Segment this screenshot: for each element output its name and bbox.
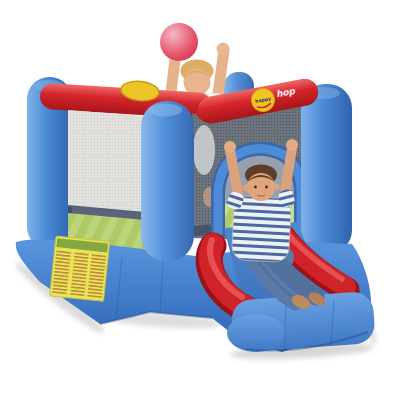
warning-label [50,236,110,301]
boy-left-hand [224,141,236,153]
left-mesh-wall [68,110,145,215]
front-post-highlight [148,104,182,117]
girl-right-arm [218,50,224,94]
boy-right-hand [286,139,298,151]
girl-right-hand [217,43,230,56]
girl-face [184,69,211,96]
boy-eye [265,186,268,189]
front-corner-post [141,101,194,261]
girl-dress-through-mesh [193,125,215,175]
boy-eye [254,186,257,189]
pink-ball [160,23,198,61]
right-corner-post [301,84,352,254]
warning-label-textlines [52,249,106,298]
product-photo: happy hop [0,0,400,400]
bounce-house-illustration: happy hop [0,0,400,400]
